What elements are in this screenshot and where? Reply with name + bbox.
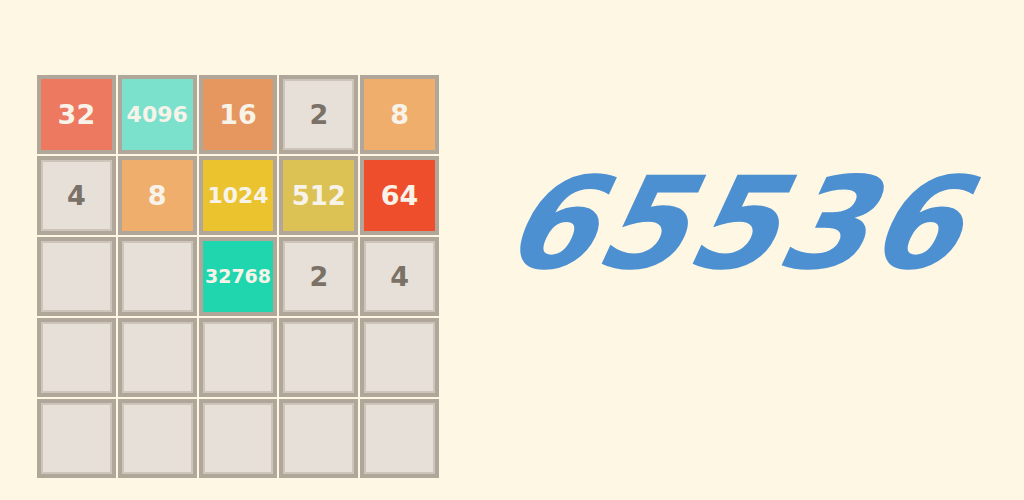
tile-4096-r1c2: 4096 <box>118 75 197 154</box>
empty-cell-r5c5 <box>360 399 439 478</box>
empty-cell-r3c2 <box>118 237 197 316</box>
empty-cell-r5c3 <box>199 399 278 478</box>
tile-4-r3c5: 4 <box>360 237 439 316</box>
tile-32768-r3c3: 32768 <box>199 237 278 316</box>
tile-32-r1c1: 32 <box>37 75 116 154</box>
tile-2-r1c4: 2 <box>279 75 358 154</box>
empty-cell-r4c3 <box>199 318 278 397</box>
empty-cell-r4c5 <box>360 318 439 397</box>
game-board[interactable]: 3240961628481024512643276824 <box>37 75 439 478</box>
tile-16-r1c3: 16 <box>199 75 278 154</box>
tile-1024-r2c3: 1024 <box>199 156 278 235</box>
empty-cell-r5c1 <box>37 399 116 478</box>
tile-64-r2c5: 64 <box>360 156 439 235</box>
empty-cell-r4c4 <box>279 318 358 397</box>
empty-cell-r4c1 <box>37 318 116 397</box>
empty-cell-r5c2 <box>118 399 197 478</box>
tile-8-r2c2: 8 <box>118 156 197 235</box>
tile-512-r2c4: 512 <box>279 156 358 235</box>
empty-cell-r4c2 <box>118 318 197 397</box>
empty-cell-r3c1 <box>37 237 116 316</box>
game-logo: 65536 <box>494 160 977 288</box>
tile-8-r1c5: 8 <box>360 75 439 154</box>
tile-2-r3c4: 2 <box>279 237 358 316</box>
empty-cell-r5c4 <box>279 399 358 478</box>
tile-4-r2c1: 4 <box>37 156 116 235</box>
